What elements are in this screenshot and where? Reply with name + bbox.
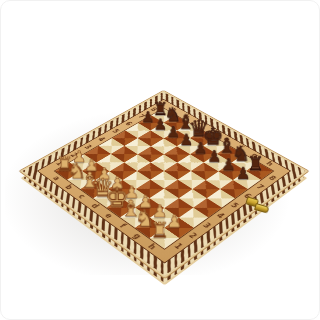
piece-black-pawn-f7: ♟ [207, 149, 221, 165]
square-g6 [205, 171, 233, 189]
piece-black-pawn-c7: ♟ [166, 125, 180, 140]
piece-black-pawn-b7: ♟ [153, 117, 166, 132]
piece-black-pawn-e7: ♟ [193, 141, 207, 157]
piece-white-pawn-h2: ♟ [167, 213, 183, 230]
piece-white-rook-h1: ♜ [151, 220, 170, 241]
piece-black-pawn-h7: ♟ [236, 166, 251, 182]
product-photo: abcdefgh abcdefgh 87654321 87654321 ♜♞♝♛… [0, 0, 320, 320]
clasp-hook [254, 203, 269, 214]
piece-black-pawn-a7: ♟ [141, 110, 154, 125]
piece-black-pawn-g7: ♟ [221, 157, 235, 173]
piece-black-pawn-d7: ♟ [180, 133, 194, 148]
